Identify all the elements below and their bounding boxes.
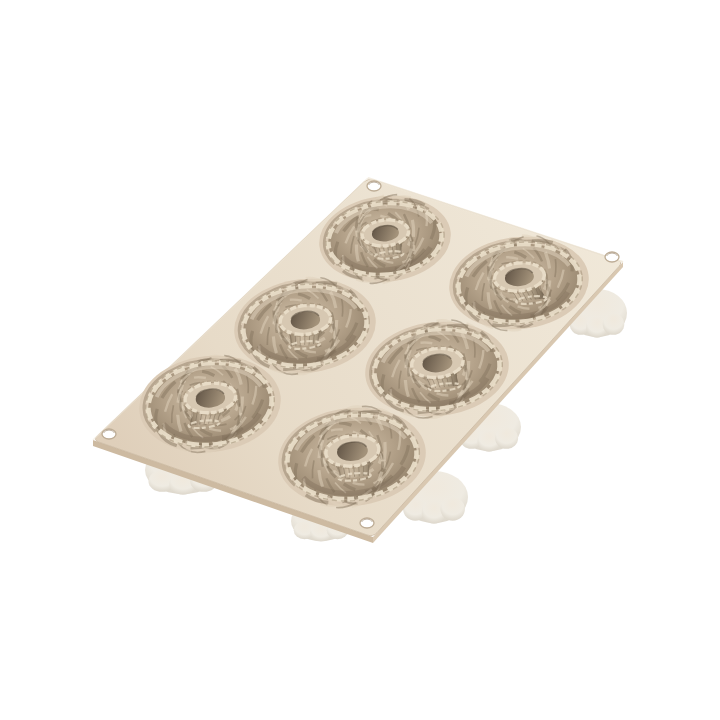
corner-hole (102, 429, 116, 439)
bulge-scallop (603, 313, 625, 335)
corner-hole (360, 518, 374, 528)
mould-svg (0, 0, 720, 720)
bulge-scallop (440, 497, 464, 520)
corner-hole (605, 252, 619, 262)
product-photo: Cream six-cavity silicone mini bundt swi… (0, 0, 720, 720)
bulge-scallop (495, 427, 518, 449)
corner-hole (367, 181, 381, 191)
